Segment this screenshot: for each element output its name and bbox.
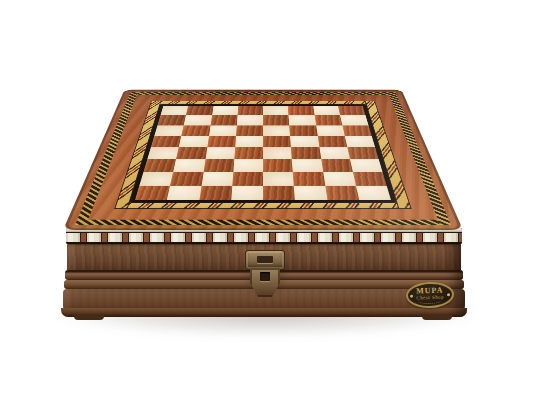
pearl-inlay-strip	[66, 228, 462, 244]
pearl-strip-edge	[66, 243, 462, 244]
badge-rivet-right	[447, 293, 450, 296]
box-lid-top	[63, 90, 463, 230]
clasp-hole	[260, 272, 270, 281]
lid-sheen	[63, 90, 463, 230]
product-photo: MUPA Chess Shop	[0, 0, 533, 412]
box-foot-left	[74, 315, 104, 320]
badge-rivet-left	[410, 295, 413, 298]
pearl-capsules	[66, 232, 462, 243]
base-bottom-molding	[61, 308, 467, 317]
clasp-slot	[257, 256, 273, 263]
badge-fine-print	[417, 296, 443, 305]
box-foot-right	[422, 315, 452, 320]
